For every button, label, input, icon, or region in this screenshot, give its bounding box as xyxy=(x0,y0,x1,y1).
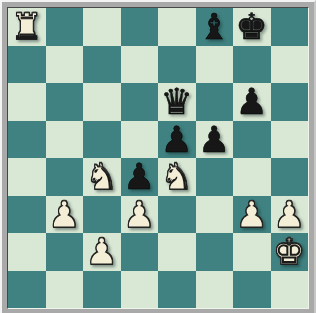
white-knight[interactable]: ♞ xyxy=(161,158,193,196)
white-pawn[interactable]: ♟ xyxy=(123,196,155,234)
square-c6[interactable] xyxy=(83,83,121,121)
square-g8[interactable]: ♚ xyxy=(233,8,271,46)
square-g7[interactable] xyxy=(233,46,271,84)
square-a6[interactable] xyxy=(8,83,46,121)
square-a7[interactable] xyxy=(8,46,46,84)
square-g4[interactable] xyxy=(233,158,271,196)
square-c7[interactable] xyxy=(83,46,121,84)
square-c1[interactable] xyxy=(83,271,121,309)
square-d6[interactable] xyxy=(121,83,159,121)
square-h7[interactable] xyxy=(271,46,309,84)
square-e7[interactable] xyxy=(158,46,196,84)
white-pawn[interactable]: ♟ xyxy=(273,196,305,234)
square-f6[interactable] xyxy=(196,83,234,121)
square-b8[interactable] xyxy=(46,8,84,46)
square-f8[interactable]: ♝ xyxy=(196,8,234,46)
square-d3[interactable]: ♟ xyxy=(121,196,159,234)
square-g6[interactable]: ♟ xyxy=(233,83,271,121)
white-king[interactable]: ♚ xyxy=(273,233,305,271)
square-f7[interactable] xyxy=(196,46,234,84)
square-a4[interactable] xyxy=(8,158,46,196)
square-a3[interactable] xyxy=(8,196,46,234)
black-bishop[interactable]: ♝ xyxy=(198,8,230,46)
square-b5[interactable] xyxy=(46,121,84,159)
square-h1[interactable] xyxy=(271,271,309,309)
square-b3[interactable]: ♟ xyxy=(46,196,84,234)
black-pawn[interactable]: ♟ xyxy=(123,158,155,196)
square-e2[interactable] xyxy=(158,233,196,271)
square-e1[interactable] xyxy=(158,271,196,309)
square-h3[interactable]: ♟ xyxy=(271,196,309,234)
square-a1[interactable] xyxy=(8,271,46,309)
square-d2[interactable] xyxy=(121,233,159,271)
square-h8[interactable] xyxy=(271,8,309,46)
square-a8[interactable]: ♜ xyxy=(8,8,46,46)
square-d7[interactable] xyxy=(121,46,159,84)
square-d8[interactable] xyxy=(121,8,159,46)
white-pawn[interactable]: ♟ xyxy=(48,196,80,234)
board-frame: ♜♝♚♛♟♟♟♞♟♞♟♟♟♟♟♚ xyxy=(0,0,316,313)
square-e4[interactable]: ♞ xyxy=(158,158,196,196)
square-d1[interactable] xyxy=(121,271,159,309)
white-pawn[interactable]: ♟ xyxy=(236,196,268,234)
square-c8[interactable] xyxy=(83,8,121,46)
square-a5[interactable] xyxy=(8,121,46,159)
square-b4[interactable] xyxy=(46,158,84,196)
square-h4[interactable] xyxy=(271,158,309,196)
square-f2[interactable] xyxy=(196,233,234,271)
square-c5[interactable] xyxy=(83,121,121,159)
square-d4[interactable]: ♟ xyxy=(121,158,159,196)
square-c4[interactable]: ♞ xyxy=(83,158,121,196)
square-g3[interactable]: ♟ xyxy=(233,196,271,234)
black-pawn[interactable]: ♟ xyxy=(161,121,193,159)
square-h5[interactable] xyxy=(271,121,309,159)
square-e3[interactable] xyxy=(158,196,196,234)
black-pawn[interactable]: ♟ xyxy=(236,83,268,121)
square-f3[interactable] xyxy=(196,196,234,234)
white-knight[interactable]: ♞ xyxy=(86,158,118,196)
white-rook[interactable]: ♜ xyxy=(11,8,43,46)
square-b6[interactable] xyxy=(46,83,84,121)
square-f1[interactable] xyxy=(196,271,234,309)
square-b2[interactable] xyxy=(46,233,84,271)
square-e5[interactable]: ♟ xyxy=(158,121,196,159)
square-f5[interactable]: ♟ xyxy=(196,121,234,159)
square-h6[interactable] xyxy=(271,83,309,121)
square-g1[interactable] xyxy=(233,271,271,309)
square-b7[interactable] xyxy=(46,46,84,84)
square-g2[interactable] xyxy=(233,233,271,271)
square-b1[interactable] xyxy=(46,271,84,309)
chess-board: ♜♝♚♛♟♟♟♞♟♞♟♟♟♟♟♚ xyxy=(7,7,309,309)
black-king[interactable]: ♚ xyxy=(236,8,268,46)
square-e6[interactable]: ♛ xyxy=(158,83,196,121)
black-pawn[interactable]: ♟ xyxy=(198,121,230,159)
black-queen[interactable]: ♛ xyxy=(161,83,193,121)
square-g5[interactable] xyxy=(233,121,271,159)
white-pawn[interactable]: ♟ xyxy=(86,233,118,271)
square-d5[interactable] xyxy=(121,121,159,159)
square-e8[interactable] xyxy=(158,8,196,46)
square-f4[interactable] xyxy=(196,158,234,196)
square-h2[interactable]: ♚ xyxy=(271,233,309,271)
square-a2[interactable] xyxy=(8,233,46,271)
square-c2[interactable]: ♟ xyxy=(83,233,121,271)
square-c3[interactable] xyxy=(83,196,121,234)
